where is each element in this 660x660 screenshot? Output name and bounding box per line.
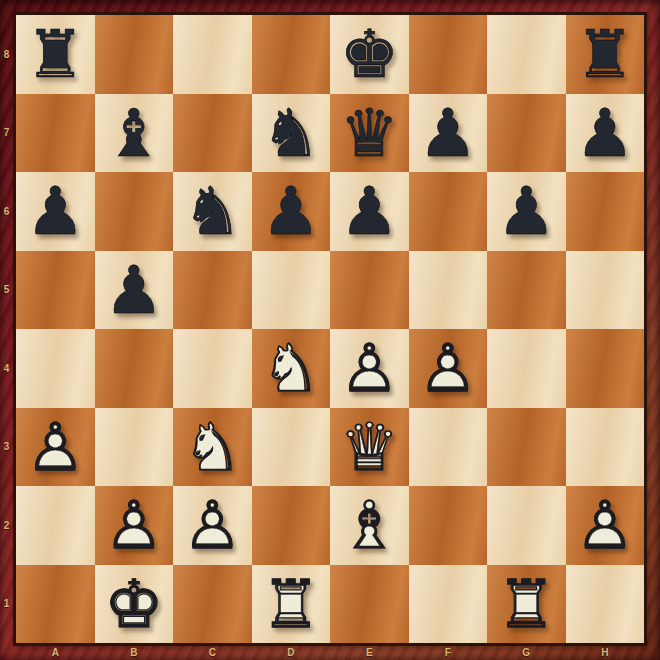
- black-queen-icon: ♛: [330, 94, 409, 173]
- square-e5[interactable]: [330, 251, 409, 330]
- file-label-f: F: [409, 644, 488, 660]
- square-c3[interactable]: ♞♘: [173, 408, 252, 487]
- square-h1[interactable]: [566, 565, 645, 644]
- square-c5[interactable]: [173, 251, 252, 330]
- black-pawn[interactable]: ♙♟: [330, 172, 409, 251]
- white-pawn[interactable]: ♟♙: [95, 486, 174, 565]
- white-rook[interactable]: ♜♖: [252, 565, 331, 644]
- rank-label-1: 1: [0, 565, 13, 644]
- square-g3[interactable]: [487, 408, 566, 487]
- black-rook-icon: ♜: [16, 15, 95, 94]
- square-b4[interactable]: [95, 329, 174, 408]
- white-knight[interactable]: ♞♘: [173, 408, 252, 487]
- square-g7[interactable]: [487, 94, 566, 173]
- black-rook[interactable]: ♖♜: [566, 15, 645, 94]
- black-pawn[interactable]: ♙♟: [409, 94, 488, 173]
- white-pawn-detail-icon: ♙: [16, 408, 95, 487]
- square-a1[interactable]: [16, 565, 95, 644]
- black-pawn-icon: ♟: [409, 94, 488, 173]
- square-h3[interactable]: [566, 408, 645, 487]
- rank-label-5: 5: [0, 251, 13, 330]
- black-knight-icon: ♞: [173, 172, 252, 251]
- square-c2[interactable]: ♟♙: [173, 486, 252, 565]
- square-e6[interactable]: ♙♟: [330, 172, 409, 251]
- black-knight[interactable]: ♘♞: [252, 94, 331, 173]
- square-a7[interactable]: [16, 94, 95, 173]
- square-f4[interactable]: ♟♙: [409, 329, 488, 408]
- square-g6[interactable]: ♙♟: [487, 172, 566, 251]
- white-rook[interactable]: ♜♖: [487, 565, 566, 644]
- white-knight[interactable]: ♞♘: [252, 329, 331, 408]
- square-e1[interactable]: [330, 565, 409, 644]
- black-pawn-icon: ♟: [252, 172, 331, 251]
- square-c8[interactable]: [173, 15, 252, 94]
- square-g1[interactable]: ♜♖: [487, 565, 566, 644]
- rank-label-7: 7: [0, 94, 13, 173]
- square-h4[interactable]: [566, 329, 645, 408]
- square-a2[interactable]: [16, 486, 95, 565]
- square-g5[interactable]: [487, 251, 566, 330]
- white-pawn-detail-icon: ♙: [95, 486, 174, 565]
- black-bishop[interactable]: ♗♝: [95, 94, 174, 173]
- white-pawn[interactable]: ♟♙: [566, 486, 645, 565]
- square-d3[interactable]: [252, 408, 331, 487]
- black-king[interactable]: ♔♚: [330, 15, 409, 94]
- white-pawn[interactable]: ♟♙: [330, 329, 409, 408]
- square-h8[interactable]: ♖♜: [566, 15, 645, 94]
- white-pawn[interactable]: ♟♙: [173, 486, 252, 565]
- black-rook-icon: ♜: [566, 15, 645, 94]
- white-pawn[interactable]: ♟♙: [16, 408, 95, 487]
- black-king-icon: ♚: [330, 15, 409, 94]
- square-c1[interactable]: [173, 565, 252, 644]
- white-bishop-detail-icon: ♗: [330, 486, 409, 565]
- square-g8[interactable]: [487, 15, 566, 94]
- square-b8[interactable]: [95, 15, 174, 94]
- square-e8[interactable]: ♔♚: [330, 15, 409, 94]
- file-label-a: A: [16, 644, 95, 660]
- square-d6[interactable]: ♙♟: [252, 172, 331, 251]
- black-pawn[interactable]: ♙♟: [16, 172, 95, 251]
- black-pawn-icon: ♟: [16, 172, 95, 251]
- rank-label-3: 3: [0, 408, 13, 487]
- rank-label-8: 8: [0, 15, 13, 94]
- black-pawn[interactable]: ♙♟: [95, 251, 174, 330]
- square-e7[interactable]: ♕♛: [330, 94, 409, 173]
- rank-label-2: 2: [0, 486, 13, 565]
- square-f6[interactable]: [409, 172, 488, 251]
- white-knight-detail-icon: ♘: [173, 408, 252, 487]
- square-h7[interactable]: ♙♟: [566, 94, 645, 173]
- square-b7[interactable]: ♗♝: [95, 94, 174, 173]
- square-f5[interactable]: [409, 251, 488, 330]
- square-b1[interactable]: ♚♔: [95, 565, 174, 644]
- square-a8[interactable]: ♖♜: [16, 15, 95, 94]
- board-grid: ♖♜♔♚♖♜♗♝♘♞♕♛♙♟♙♟♙♟♘♞♙♟♙♟♙♟♙♟♞♘♟♙♟♙♟♙♞♘♛♕…: [13, 12, 647, 646]
- square-c4[interactable]: [173, 329, 252, 408]
- square-f8[interactable]: [409, 15, 488, 94]
- file-label-d: D: [252, 644, 331, 660]
- file-label-g: G: [487, 644, 566, 660]
- black-pawn-icon: ♟: [95, 251, 174, 330]
- chess-board-diagram: ♖♜♔♚♖♜♗♝♘♞♕♛♙♟♙♟♙♟♘♞♙♟♙♟♙♟♙♟♞♘♟♙♟♙♟♙♞♘♛♕…: [0, 0, 660, 660]
- square-a4[interactable]: [16, 329, 95, 408]
- square-d1[interactable]: ♜♖: [252, 565, 331, 644]
- square-b6[interactable]: [95, 172, 174, 251]
- white-pawn-detail-icon: ♙: [409, 329, 488, 408]
- square-h5[interactable]: [566, 251, 645, 330]
- black-bishop-icon: ♝: [95, 94, 174, 173]
- white-pawn-detail-icon: ♙: [566, 486, 645, 565]
- black-rook[interactable]: ♖♜: [16, 15, 95, 94]
- file-labels: ABCDEFGH: [16, 644, 644, 660]
- rank-label-6: 6: [0, 172, 13, 251]
- square-d7[interactable]: ♘♞: [252, 94, 331, 173]
- white-knight-detail-icon: ♘: [252, 329, 331, 408]
- black-queen[interactable]: ♕♛: [330, 94, 409, 173]
- white-bishop[interactable]: ♝♗: [330, 486, 409, 565]
- rank-label-4: 4: [0, 329, 13, 408]
- white-king-detail-icon: ♔: [95, 565, 174, 644]
- white-pawn[interactable]: ♟♙: [409, 329, 488, 408]
- white-queen-detail-icon: ♕: [330, 408, 409, 487]
- file-label-h: H: [566, 644, 645, 660]
- white-king[interactable]: ♚♔: [95, 565, 174, 644]
- file-label-c: C: [173, 644, 252, 660]
- square-b5[interactable]: ♙♟: [95, 251, 174, 330]
- square-g2[interactable]: [487, 486, 566, 565]
- square-h2[interactable]: ♟♙: [566, 486, 645, 565]
- square-c6[interactable]: ♘♞: [173, 172, 252, 251]
- square-e2[interactable]: ♝♗: [330, 486, 409, 565]
- square-f3[interactable]: [409, 408, 488, 487]
- white-queen[interactable]: ♛♕: [330, 408, 409, 487]
- white-rook-detail-icon: ♖: [487, 565, 566, 644]
- square-c7[interactable]: [173, 94, 252, 173]
- square-f7[interactable]: ♙♟: [409, 94, 488, 173]
- square-d5[interactable]: [252, 251, 331, 330]
- square-b3[interactable]: [95, 408, 174, 487]
- file-label-e: E: [330, 644, 409, 660]
- black-pawn[interactable]: ♙♟: [252, 172, 331, 251]
- square-e3[interactable]: ♛♕: [330, 408, 409, 487]
- white-pawn-detail-icon: ♙: [330, 329, 409, 408]
- square-d8[interactable]: [252, 15, 331, 94]
- black-pawn-icon: ♟: [487, 172, 566, 251]
- black-pawn[interactable]: ♙♟: [566, 94, 645, 173]
- black-pawn[interactable]: ♙♟: [487, 172, 566, 251]
- square-g4[interactable]: [487, 329, 566, 408]
- square-a5[interactable]: [16, 251, 95, 330]
- black-pawn-icon: ♟: [330, 172, 409, 251]
- rank-labels: 87654321: [0, 15, 13, 643]
- square-f1[interactable]: [409, 565, 488, 644]
- square-e4[interactable]: ♟♙: [330, 329, 409, 408]
- black-pawn-icon: ♟: [566, 94, 645, 173]
- square-a6[interactable]: ♙♟: [16, 172, 95, 251]
- square-b2[interactable]: ♟♙: [95, 486, 174, 565]
- black-knight[interactable]: ♘♞: [173, 172, 252, 251]
- square-f2[interactable]: [409, 486, 488, 565]
- file-label-b: B: [95, 644, 174, 660]
- square-a3[interactable]: ♟♙: [16, 408, 95, 487]
- white-rook-detail-icon: ♖: [252, 565, 331, 644]
- square-h6[interactable]: [566, 172, 645, 251]
- square-d2[interactable]: [252, 486, 331, 565]
- black-knight-icon: ♞: [252, 94, 331, 173]
- white-pawn-detail-icon: ♙: [173, 486, 252, 565]
- square-d4[interactable]: ♞♘: [252, 329, 331, 408]
